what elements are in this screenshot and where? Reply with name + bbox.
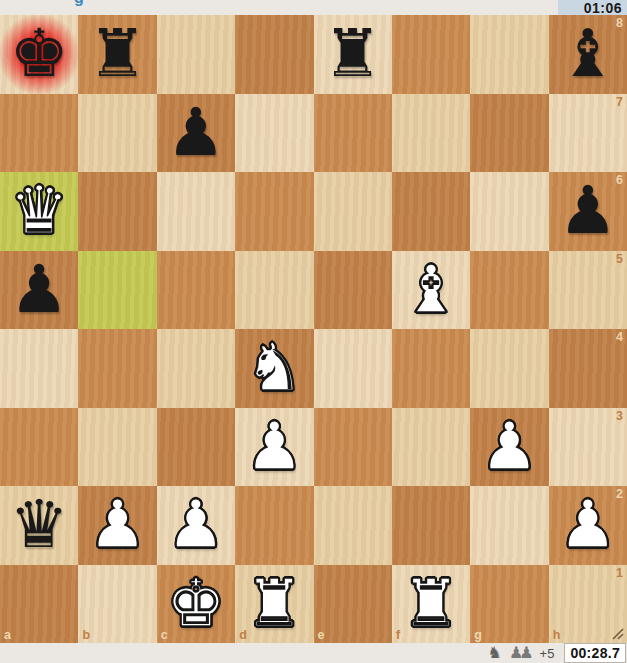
black-pawn[interactable]: ♟ [558,178,617,244]
rank-label-3: 3 [616,410,623,423]
square-d8[interactable] [235,15,313,94]
square-a7[interactable] [0,94,78,173]
board-resize-handle[interactable] [611,627,625,641]
square-f6[interactable] [392,172,470,251]
square-a3[interactable] [0,408,78,487]
player-clock: 00:28.7 [564,643,626,663]
square-e1[interactable]: e [314,565,392,644]
captured-pawn-icon: ♟ [519,645,533,661]
black-bishop[interactable]: ♝ [558,21,617,87]
white-queen[interactable]: ♛ [10,178,69,244]
square-c8[interactable] [157,15,235,94]
square-g1[interactable]: g [470,565,548,644]
square-g8[interactable] [470,15,548,94]
square-f2[interactable] [392,486,470,565]
white-pawn[interactable]: ♟ [166,492,225,558]
square-g2[interactable] [470,486,548,565]
square-a1[interactable]: a [0,565,78,644]
square-c1[interactable]: ♚c [157,565,235,644]
square-c6[interactable] [157,172,235,251]
black-pawn[interactable]: ♟ [166,100,225,166]
file-label-a: a [4,629,11,642]
square-b2[interactable]: ♟ [78,486,156,565]
square-d2[interactable] [235,486,313,565]
square-b3[interactable] [78,408,156,487]
white-rook[interactable]: ♜ [245,571,304,637]
square-c4[interactable] [157,329,235,408]
page-root: g 01:06 ♚♜♜♝8♟7♛♟6♟♝5♞4♟♟3♛♟♟♟2ab♚c♜de♜f… [0,0,627,663]
square-g7[interactable] [470,94,548,173]
square-d7[interactable] [235,94,313,173]
square-e5[interactable] [314,251,392,330]
file-label-g: g [474,629,482,642]
square-c5[interactable] [157,251,235,330]
black-rook[interactable]: ♜ [88,21,147,87]
square-a5[interactable]: ♟ [0,251,78,330]
white-pawn[interactable]: ♟ [245,414,304,480]
square-f8[interactable] [392,15,470,94]
square-f5[interactable]: ♝ [392,251,470,330]
file-label-d: d [239,629,247,642]
square-g4[interactable] [470,329,548,408]
white-pawn[interactable]: ♟ [558,492,617,558]
square-d1[interactable]: ♜d [235,565,313,644]
player-name-partial[interactable]: g [74,0,84,7]
square-g6[interactable] [470,172,548,251]
rank-label-6: 6 [616,174,623,187]
square-a2[interactable]: ♛ [0,486,78,565]
rank-label-2: 2 [616,488,623,501]
square-f1[interactable]: ♜f [392,565,470,644]
file-label-e: e [318,629,325,642]
rank-label-4: 4 [616,331,623,344]
chess-board: ♚♜♜♝8♟7♛♟6♟♝5♞4♟♟3♛♟♟♟2ab♚c♜de♜fgh1 [0,15,627,643]
square-e2[interactable] [314,486,392,565]
rank-label-5: 5 [616,253,623,266]
rank-label-7: 7 [616,96,623,109]
square-d4[interactable]: ♞ [235,329,313,408]
square-f4[interactable] [392,329,470,408]
square-d6[interactable] [235,172,313,251]
file-label-c: c [161,629,168,642]
bottom-bar: ♞♟♟ +5 00:28.7 [0,643,627,663]
square-b6[interactable] [78,172,156,251]
square-h6[interactable]: ♟6 [549,172,627,251]
white-rook[interactable]: ♜ [401,571,460,637]
square-e8[interactable]: ♜ [314,15,392,94]
black-queen[interactable]: ♛ [10,492,69,558]
square-b7[interactable] [78,94,156,173]
square-h8[interactable]: ♝8 [549,15,627,94]
square-h3[interactable]: 3 [549,408,627,487]
captured-knight-icon: ♞ [488,645,502,661]
square-c7[interactable]: ♟ [157,94,235,173]
square-b8[interactable]: ♜ [78,15,156,94]
white-king[interactable]: ♚ [166,571,225,637]
square-b1[interactable]: b [78,565,156,644]
square-a6[interactable]: ♛ [0,172,78,251]
square-d5[interactable] [235,251,313,330]
square-c3[interactable] [157,408,235,487]
white-pawn[interactable]: ♟ [88,492,147,558]
square-f7[interactable] [392,94,470,173]
square-e3[interactable] [314,408,392,487]
black-rook[interactable]: ♜ [323,21,382,87]
file-label-f: f [396,629,400,642]
square-h5[interactable]: 5 [549,251,627,330]
white-pawn[interactable]: ♟ [480,414,539,480]
top-bar: g 01:06 [0,0,627,15]
file-label-h: h [553,629,561,642]
square-h2[interactable]: ♟2 [549,486,627,565]
square-c2[interactable]: ♟ [157,486,235,565]
material-advantage-label: +5 [540,646,555,661]
square-e7[interactable] [314,94,392,173]
black-pawn[interactable]: ♟ [10,257,69,323]
square-h7[interactable]: 7 [549,94,627,173]
square-a4[interactable] [0,329,78,408]
square-d3[interactable]: ♟ [235,408,313,487]
square-e6[interactable] [314,172,392,251]
square-g3[interactable]: ♟ [470,408,548,487]
rank-label-1: 1 [616,567,623,580]
square-h4[interactable]: 4 [549,329,627,408]
file-label-b: b [82,629,90,642]
square-b4[interactable] [78,329,156,408]
black-king[interactable]: ♚ [10,21,69,87]
square-f3[interactable] [392,408,470,487]
white-knight[interactable]: ♞ [245,335,304,401]
opponent-clock: 01:06 [558,0,627,15]
square-b5[interactable] [78,251,156,330]
material-advantage-icons: ♞♟♟ [488,645,534,661]
square-g5[interactable] [470,251,548,330]
square-a8[interactable]: ♚ [0,15,78,94]
rank-label-8: 8 [616,17,623,30]
white-bishop[interactable]: ♝ [401,257,460,323]
square-e4[interactable] [314,329,392,408]
